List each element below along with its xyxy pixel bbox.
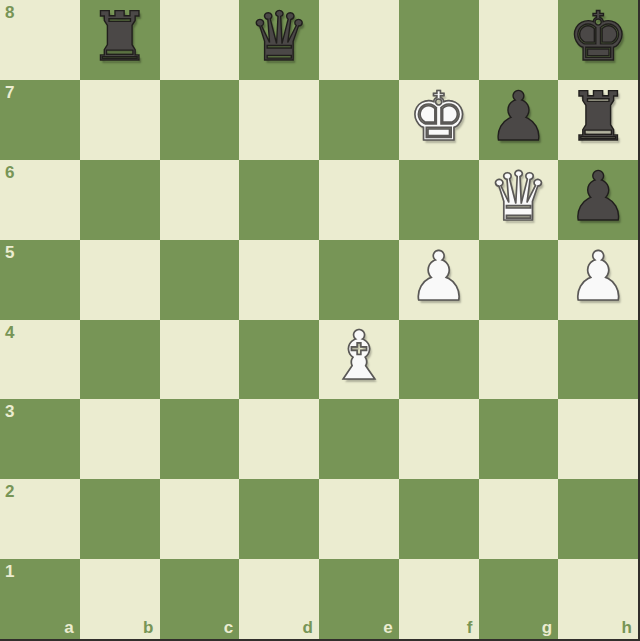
square-g4[interactable] <box>479 320 559 400</box>
square-a2[interactable]: 2 <box>0 479 80 559</box>
square-a8[interactable]: 8 <box>0 0 80 80</box>
square-h5[interactable]: ♟ <box>558 240 638 320</box>
square-b8[interactable]: ♜ <box>80 0 160 80</box>
rank-label-7: 7 <box>5 84 14 101</box>
file-label-a: a <box>64 619 73 636</box>
square-h8[interactable]: ♚ <box>558 0 638 80</box>
square-f1[interactable]: f <box>399 559 479 639</box>
piece-black-rook-b8[interactable]: ♜ <box>89 3 150 71</box>
square-d3[interactable] <box>239 399 319 479</box>
square-f7[interactable]: ♚ <box>399 80 479 160</box>
square-e4[interactable]: ♝ <box>319 320 399 400</box>
rank-label-4: 4 <box>5 324 14 341</box>
square-b1[interactable]: b <box>80 559 160 639</box>
square-c6[interactable] <box>160 160 240 240</box>
square-e2[interactable] <box>319 479 399 559</box>
square-a3[interactable]: 3 <box>0 399 80 479</box>
piece-white-bishop-e4[interactable]: ♝ <box>328 322 389 390</box>
square-d4[interactable] <box>239 320 319 400</box>
square-c2[interactable] <box>160 479 240 559</box>
rank-label-8: 8 <box>5 4 14 21</box>
square-e6[interactable] <box>319 160 399 240</box>
rank-label-6: 6 <box>5 164 14 181</box>
square-h7[interactable]: ♜ <box>558 80 638 160</box>
square-e5[interactable] <box>319 240 399 320</box>
piece-black-pawn-h6[interactable]: ♟ <box>568 163 629 231</box>
square-b3[interactable] <box>80 399 160 479</box>
square-b5[interactable] <box>80 240 160 320</box>
square-e8[interactable] <box>319 0 399 80</box>
square-e1[interactable]: e <box>319 559 399 639</box>
square-f6[interactable] <box>399 160 479 240</box>
square-f4[interactable] <box>399 320 479 400</box>
square-g5[interactable] <box>479 240 559 320</box>
rank-label-5: 5 <box>5 244 14 261</box>
piece-black-queen-d8[interactable]: ♛ <box>249 3 310 71</box>
square-g1[interactable]: g <box>479 559 559 639</box>
square-b4[interactable] <box>80 320 160 400</box>
square-h2[interactable] <box>558 479 638 559</box>
square-d5[interactable] <box>239 240 319 320</box>
piece-white-pawn-h5[interactable]: ♟ <box>568 243 629 311</box>
square-f3[interactable] <box>399 399 479 479</box>
square-b2[interactable] <box>80 479 160 559</box>
square-e3[interactable] <box>319 399 399 479</box>
square-d7[interactable] <box>239 80 319 160</box>
square-c1[interactable]: c <box>160 559 240 639</box>
piece-black-rook-h7[interactable]: ♜ <box>568 83 629 151</box>
piece-white-king-f7[interactable]: ♚ <box>408 83 469 151</box>
square-b7[interactable] <box>80 80 160 160</box>
square-g6[interactable]: ♛ <box>479 160 559 240</box>
square-a1[interactable]: 1a <box>0 559 80 639</box>
piece-white-queen-g6[interactable]: ♛ <box>488 163 549 231</box>
square-b6[interactable] <box>80 160 160 240</box>
file-label-b: b <box>143 619 153 636</box>
square-c7[interactable] <box>160 80 240 160</box>
chess-board: 8♜♛♚7♚♟♜6♛♟5♟♟4♝321abcdefgh <box>0 0 640 641</box>
square-h1[interactable]: h <box>558 559 638 639</box>
file-label-c: c <box>224 619 233 636</box>
square-a4[interactable]: 4 <box>0 320 80 400</box>
file-label-d: d <box>303 619 313 636</box>
file-label-e: e <box>383 619 392 636</box>
square-a7[interactable]: 7 <box>0 80 80 160</box>
square-d8[interactable]: ♛ <box>239 0 319 80</box>
square-c4[interactable] <box>160 320 240 400</box>
piece-black-pawn-g7[interactable]: ♟ <box>488 83 549 151</box>
square-a5[interactable]: 5 <box>0 240 80 320</box>
file-label-g: g <box>542 619 552 636</box>
square-h6[interactable]: ♟ <box>558 160 638 240</box>
file-label-h: h <box>622 619 632 636</box>
square-c3[interactable] <box>160 399 240 479</box>
square-g7[interactable]: ♟ <box>479 80 559 160</box>
rank-label-3: 3 <box>5 403 14 420</box>
square-c8[interactable] <box>160 0 240 80</box>
square-f2[interactable] <box>399 479 479 559</box>
square-h3[interactable] <box>558 399 638 479</box>
piece-white-pawn-f5[interactable]: ♟ <box>408 243 469 311</box>
square-e7[interactable] <box>319 80 399 160</box>
square-c5[interactable] <box>160 240 240 320</box>
square-g2[interactable] <box>479 479 559 559</box>
square-f5[interactable]: ♟ <box>399 240 479 320</box>
square-h4[interactable] <box>558 320 638 400</box>
square-d1[interactable]: d <box>239 559 319 639</box>
chess-app-window: 8♜♛♚7♚♟♜6♛♟5♟♟4♝321abcdefgh <box>0 0 640 641</box>
rank-label-1: 1 <box>5 563 14 580</box>
square-d2[interactable] <box>239 479 319 559</box>
square-d6[interactable] <box>239 160 319 240</box>
square-g8[interactable] <box>479 0 559 80</box>
square-g3[interactable] <box>479 399 559 479</box>
file-label-f: f <box>467 619 473 636</box>
rank-label-2: 2 <box>5 483 14 500</box>
square-a6[interactable]: 6 <box>0 160 80 240</box>
square-f8[interactable] <box>399 0 479 80</box>
piece-black-king-h8[interactable]: ♚ <box>568 3 629 71</box>
